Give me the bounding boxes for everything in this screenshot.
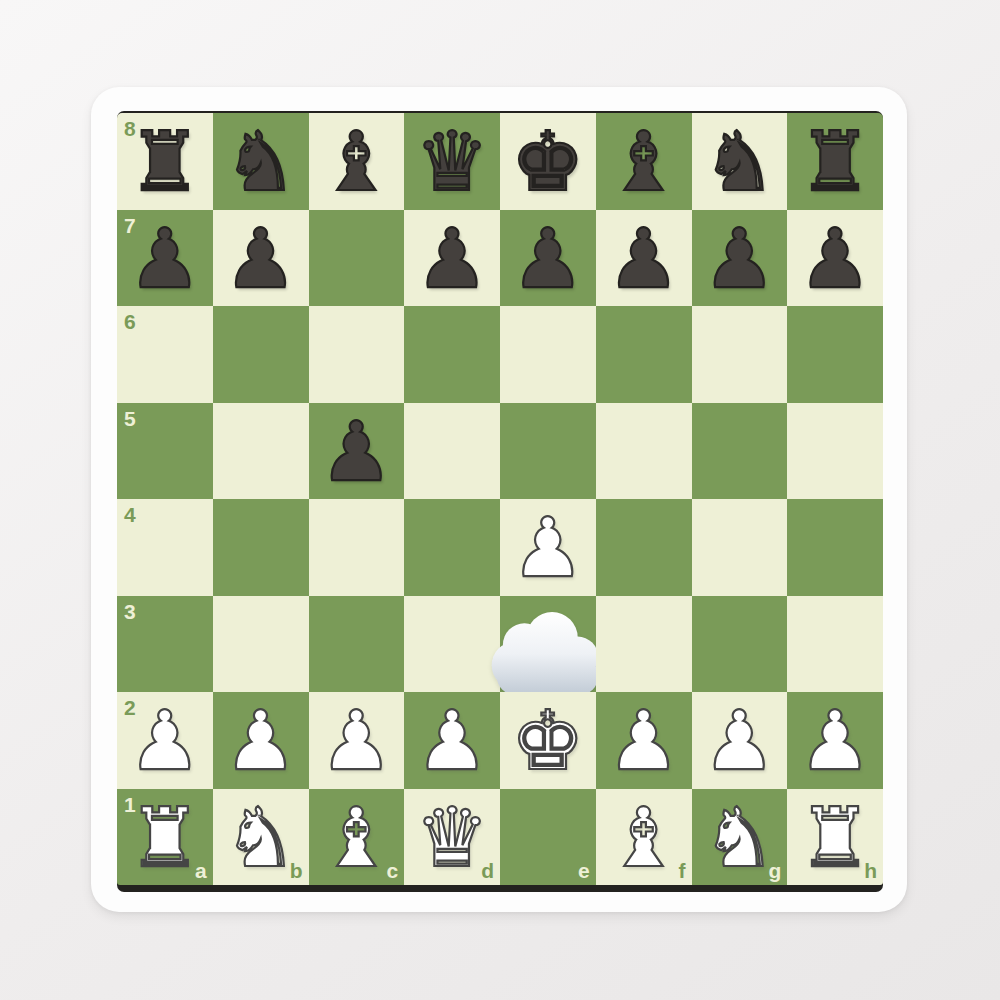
- sticker: 8♜♞♝♛♚♝♞♜7♟♟♟♟♟♟♟65♟4♟3 2♟♟♟♟♚♟♟♟1a♜b♞c♝…: [91, 87, 907, 912]
- white-pawn: ♟: [128, 693, 202, 789]
- white-pawn: ♟: [511, 500, 585, 596]
- square-d5[interactable]: [404, 403, 500, 500]
- square-a5[interactable]: 5: [117, 403, 213, 500]
- square-a4[interactable]: 4: [117, 499, 213, 596]
- square-f4[interactable]: [596, 499, 692, 596]
- square-h1[interactable]: h♜: [787, 789, 883, 886]
- white-rook: ♜: [128, 790, 202, 885]
- square-f6[interactable]: [596, 306, 692, 403]
- square-e4[interactable]: ♟: [500, 499, 596, 596]
- cloud-icon: [487, 612, 609, 696]
- square-b8[interactable]: ♞: [213, 113, 309, 210]
- white-knight: ♞: [224, 790, 298, 885]
- white-knight: ♞: [703, 790, 777, 885]
- square-d8[interactable]: ♛: [404, 113, 500, 210]
- square-c1[interactable]: c♝: [309, 789, 405, 886]
- white-pawn: ♟: [607, 693, 681, 789]
- square-c7[interactable]: [309, 210, 405, 307]
- black-pawn: ♟: [320, 404, 394, 500]
- board-frame: 8♜♞♝♛♚♝♞♜7♟♟♟♟♟♟♟65♟4♟3 2♟♟♟♟♚♟♟♟1a♜b♞c♝…: [117, 111, 883, 892]
- square-g1[interactable]: g♞: [692, 789, 788, 886]
- black-bishop: ♝: [320, 114, 394, 210]
- square-h5[interactable]: [787, 403, 883, 500]
- square-h6[interactable]: [787, 306, 883, 403]
- square-d3[interactable]: [404, 596, 500, 693]
- square-a7[interactable]: 7♟: [117, 210, 213, 307]
- rank-label-5: 5: [124, 408, 136, 429]
- black-pawn: ♟: [798, 211, 872, 307]
- square-b6[interactable]: [213, 306, 309, 403]
- page-background: { "game": "chess", "position": { "fen": …: [0, 0, 1000, 1000]
- square-c4[interactable]: [309, 499, 405, 596]
- rank-label-4: 4: [124, 504, 136, 525]
- square-d1[interactable]: d♛: [404, 789, 500, 886]
- white-rook: ♜: [798, 790, 872, 885]
- square-b4[interactable]: [213, 499, 309, 596]
- square-g4[interactable]: [692, 499, 788, 596]
- black-pawn: ♟: [128, 211, 202, 307]
- black-king: ♚: [511, 114, 585, 210]
- square-c5[interactable]: ♟: [309, 403, 405, 500]
- square-h8[interactable]: ♜: [787, 113, 883, 210]
- white-queen: ♛: [415, 790, 489, 885]
- white-king: ♚: [511, 693, 585, 789]
- square-d2[interactable]: ♟: [404, 692, 500, 789]
- chess-board: 8♜♞♝♛♚♝♞♜7♟♟♟♟♟♟♟65♟4♟3 2♟♟♟♟♚♟♟♟1a♜b♞c♝…: [117, 113, 883, 885]
- square-f7[interactable]: ♟: [596, 210, 692, 307]
- square-f8[interactable]: ♝: [596, 113, 692, 210]
- black-knight: ♞: [703, 114, 777, 210]
- square-e7[interactable]: ♟: [500, 210, 596, 307]
- square-d7[interactable]: ♟: [404, 210, 500, 307]
- square-c2[interactable]: ♟: [309, 692, 405, 789]
- square-g6[interactable]: [692, 306, 788, 403]
- square-c6[interactable]: [309, 306, 405, 403]
- square-f5[interactable]: [596, 403, 692, 500]
- square-h3[interactable]: [787, 596, 883, 693]
- square-e8[interactable]: ♚: [500, 113, 596, 210]
- square-a8[interactable]: 8♜: [117, 113, 213, 210]
- file-label-e: e: [578, 860, 590, 881]
- square-h2[interactable]: ♟: [787, 692, 883, 789]
- black-rook: ♜: [128, 114, 202, 210]
- black-pawn: ♟: [511, 211, 585, 307]
- square-e1[interactable]: e: [500, 789, 596, 886]
- square-a2[interactable]: 2♟: [117, 692, 213, 789]
- square-f2[interactable]: ♟: [596, 692, 692, 789]
- square-g2[interactable]: ♟: [692, 692, 788, 789]
- square-g8[interactable]: ♞: [692, 113, 788, 210]
- square-b3[interactable]: [213, 596, 309, 693]
- white-pawn: ♟: [224, 693, 298, 789]
- white-pawn: ♟: [798, 693, 872, 789]
- black-knight: ♞: [224, 114, 298, 210]
- square-b5[interactable]: [213, 403, 309, 500]
- square-a3[interactable]: 3: [117, 596, 213, 693]
- white-bishop: ♝: [320, 790, 394, 885]
- square-c3[interactable]: [309, 596, 405, 693]
- square-g3[interactable]: [692, 596, 788, 693]
- black-pawn: ♟: [415, 211, 489, 307]
- square-e2[interactable]: ♚: [500, 692, 596, 789]
- square-f1[interactable]: f♝: [596, 789, 692, 886]
- square-b7[interactable]: ♟: [213, 210, 309, 307]
- square-d4[interactable]: [404, 499, 500, 596]
- white-bishop: ♝: [607, 790, 681, 885]
- black-pawn: ♟: [224, 211, 298, 307]
- white-pawn: ♟: [415, 693, 489, 789]
- square-h4[interactable]: [787, 499, 883, 596]
- black-queen: ♛: [415, 114, 489, 210]
- square-g7[interactable]: ♟: [692, 210, 788, 307]
- square-b2[interactable]: ♟: [213, 692, 309, 789]
- rank-label-6: 6: [124, 311, 136, 332]
- square-d6[interactable]: [404, 306, 500, 403]
- rank-label-3: 3: [124, 601, 136, 622]
- square-a6[interactable]: 6: [117, 306, 213, 403]
- square-g5[interactable]: [692, 403, 788, 500]
- white-pawn: ♟: [320, 693, 394, 789]
- square-e5[interactable]: [500, 403, 596, 500]
- square-h7[interactable]: ♟: [787, 210, 883, 307]
- square-c8[interactable]: ♝: [309, 113, 405, 210]
- square-e6[interactable]: [500, 306, 596, 403]
- black-bishop: ♝: [607, 114, 681, 210]
- square-b1[interactable]: b♞: [213, 789, 309, 886]
- black-pawn: ♟: [607, 211, 681, 307]
- square-f3[interactable]: [596, 596, 692, 693]
- square-e3[interactable]: [500, 596, 596, 693]
- black-pawn: ♟: [703, 211, 777, 307]
- black-rook: ♜: [798, 114, 872, 210]
- white-pawn: ♟: [703, 693, 777, 789]
- square-a1[interactable]: 1a♜: [117, 789, 213, 886]
